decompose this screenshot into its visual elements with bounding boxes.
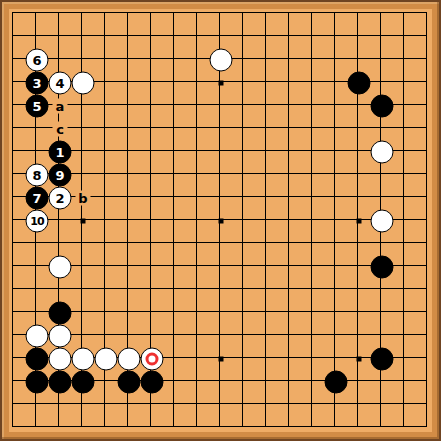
white-stone[interactable] [49, 348, 72, 371]
go-board[interactable]: 63451897210acb [9, 9, 432, 432]
black-stone[interactable] [141, 371, 164, 394]
move-number: 2 [55, 188, 64, 209]
white-stone[interactable] [49, 325, 72, 348]
black-stone[interactable] [26, 371, 49, 394]
move-number: 3 [32, 73, 41, 94]
white-stone[interactable] [141, 348, 164, 371]
white-stone[interactable]: 6 [26, 49, 49, 72]
black-stone[interactable] [26, 348, 49, 371]
move-number: 7 [32, 188, 41, 209]
white-stone[interactable]: 4 [49, 72, 72, 95]
white-stone[interactable]: 2 [49, 187, 72, 210]
point-label-c: c [53, 122, 68, 137]
white-stone[interactable] [95, 348, 118, 371]
board-frame: 63451897210acb [0, 0, 441, 441]
star-point [357, 219, 362, 224]
black-stone[interactable]: 1 [49, 141, 72, 164]
white-stone[interactable] [72, 348, 95, 371]
black-stone[interactable]: 7 [26, 187, 49, 210]
move-number: 5 [32, 96, 41, 117]
white-stone[interactable] [118, 348, 141, 371]
black-stone[interactable]: 9 [49, 164, 72, 187]
white-stone[interactable] [371, 141, 394, 164]
white-stone[interactable] [26, 325, 49, 348]
white-stone[interactable]: 10 [26, 210, 49, 233]
move-number: 10 [30, 211, 43, 232]
white-stone[interactable]: 8 [26, 164, 49, 187]
white-stone[interactable] [210, 49, 233, 72]
black-stone[interactable]: 3 [26, 72, 49, 95]
move-number: 9 [55, 165, 64, 186]
move-number: 8 [32, 165, 41, 186]
star-point [219, 219, 224, 224]
black-stone[interactable] [72, 371, 95, 394]
star-point [357, 357, 362, 362]
red-circle-marker-icon [146, 353, 159, 366]
black-stone[interactable] [348, 72, 371, 95]
white-stone[interactable] [49, 256, 72, 279]
star-point [219, 357, 224, 362]
white-stone[interactable] [72, 72, 95, 95]
star-point [81, 219, 86, 224]
move-number: 1 [55, 142, 64, 163]
black-stone[interactable] [49, 371, 72, 394]
black-stone[interactable] [371, 348, 394, 371]
black-stone[interactable] [371, 95, 394, 118]
point-label-a: a [53, 99, 68, 114]
black-stone[interactable] [371, 256, 394, 279]
black-stone[interactable] [118, 371, 141, 394]
move-number: 4 [55, 73, 64, 94]
white-stone[interactable] [371, 210, 394, 233]
black-stone[interactable] [49, 302, 72, 325]
star-point [219, 81, 224, 86]
black-stone[interactable] [325, 371, 348, 394]
move-number: 6 [32, 50, 41, 71]
black-stone[interactable]: 5 [26, 95, 49, 118]
point-label-b: b [76, 191, 91, 206]
